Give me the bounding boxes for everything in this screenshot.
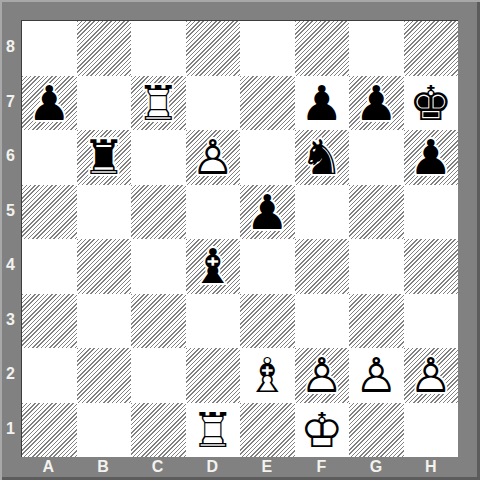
square-c3[interactable] (131, 294, 186, 349)
file-label-b: B (76, 457, 131, 477)
file-label-g: G (349, 457, 404, 477)
square-a5[interactable] (22, 185, 77, 240)
square-e8[interactable] (240, 21, 295, 76)
square-a2[interactable] (22, 348, 77, 403)
piece-white-rook[interactable]: ♜♖ (131, 76, 186, 131)
rank-label-6: 6 (0, 129, 21, 184)
square-c8[interactable] (131, 21, 186, 76)
square-d6[interactable]: ♟♙ (186, 130, 241, 185)
square-h6[interactable]: ♟♟ (404, 130, 459, 185)
square-h7[interactable]: ♚♚ (404, 76, 459, 131)
piece-white-rook[interactable]: ♜♖ (186, 403, 241, 458)
square-b3[interactable] (77, 294, 132, 349)
piece-glyph: ♟ (28, 79, 71, 127)
rank-label-3: 3 (0, 293, 21, 348)
piece-black-pawn[interactable]: ♟♟ (404, 130, 459, 185)
square-d1[interactable]: ♜♖ (186, 403, 241, 458)
square-g5[interactable] (349, 185, 404, 240)
square-f2[interactable]: ♟♙ (295, 348, 350, 403)
file-label-e: E (240, 457, 295, 477)
square-f5[interactable] (295, 185, 350, 240)
square-f4[interactable] (295, 239, 350, 294)
square-g2[interactable]: ♟♙ (349, 348, 404, 403)
square-d7[interactable] (186, 76, 241, 131)
piece-black-bishop[interactable]: ♝♝ (186, 239, 241, 294)
square-f3[interactable] (295, 294, 350, 349)
piece-glyph: ♖ (137, 79, 180, 127)
square-e5[interactable]: ♟♟ (240, 185, 295, 240)
piece-glyph: ♟ (300, 79, 343, 127)
piece-glyph: ♝ (191, 242, 234, 290)
square-h3[interactable] (404, 294, 459, 349)
piece-glyph: ♙ (409, 351, 452, 399)
piece-glyph: ♟ (246, 188, 289, 236)
square-b5[interactable] (77, 185, 132, 240)
piece-glyph: ♟ (409, 133, 452, 181)
square-h4[interactable] (404, 239, 459, 294)
square-d8[interactable] (186, 21, 241, 76)
file-label-a: A (21, 457, 76, 477)
square-e3[interactable] (240, 294, 295, 349)
square-a1[interactable] (22, 403, 77, 458)
square-c1[interactable] (131, 403, 186, 458)
rank-label-8: 8 (0, 20, 21, 75)
square-d5[interactable] (186, 185, 241, 240)
square-g3[interactable] (349, 294, 404, 349)
chess-board: ♟♟♜♖♟♟♟♟♚♚♜♜♟♙♞♞♟♟♟♟♝♝♝♗♟♙♟♙♟♙♜♖♚♔ (21, 20, 458, 457)
piece-black-pawn[interactable]: ♟♟ (22, 76, 77, 131)
square-g1[interactable] (349, 403, 404, 458)
piece-glyph: ♙ (355, 351, 398, 399)
piece-glyph: ♙ (191, 133, 234, 181)
square-f8[interactable] (295, 21, 350, 76)
piece-black-king[interactable]: ♚♚ (404, 76, 459, 131)
piece-glyph: ♖ (191, 406, 234, 454)
file-label-d: D (185, 457, 240, 477)
square-h5[interactable] (404, 185, 459, 240)
board-frame: 87654321 ♟♟♜♖♟♟♟♟♚♚♜♜♟♙♞♞♟♟♟♟♝♝♝♗♟♙♟♙♟♙♜… (0, 0, 480, 480)
square-f1[interactable]: ♚♔ (295, 403, 350, 458)
square-b2[interactable] (77, 348, 132, 403)
piece-glyph: ♜ (82, 133, 125, 181)
piece-glyph: ♟ (355, 79, 398, 127)
square-c5[interactable] (131, 185, 186, 240)
square-d4[interactable]: ♝♝ (186, 239, 241, 294)
piece-glyph: ♞ (300, 133, 343, 181)
square-b7[interactable] (77, 76, 132, 131)
square-g4[interactable] (349, 239, 404, 294)
piece-glyph: ♗ (246, 351, 289, 399)
square-h8[interactable] (404, 21, 459, 76)
square-d2[interactable] (186, 348, 241, 403)
piece-black-pawn[interactable]: ♟♟ (349, 76, 404, 131)
square-e6[interactable] (240, 130, 295, 185)
square-c4[interactable] (131, 239, 186, 294)
piece-glyph: ♔ (300, 406, 343, 454)
piece-black-knight[interactable]: ♞♞ (295, 130, 350, 185)
piece-glyph: ♙ (300, 351, 343, 399)
square-e1[interactable] (240, 403, 295, 458)
square-a3[interactable] (22, 294, 77, 349)
square-a8[interactable] (22, 21, 77, 76)
square-b8[interactable] (77, 21, 132, 76)
rank-labels: 87654321 (0, 20, 21, 456)
square-a6[interactable] (22, 130, 77, 185)
piece-black-pawn[interactable]: ♟♟ (240, 185, 295, 240)
piece-white-pawn[interactable]: ♟♙ (295, 348, 350, 403)
square-g7[interactable]: ♟♟ (349, 76, 404, 131)
rank-label-1: 1 (0, 402, 21, 457)
square-e2[interactable]: ♝♗ (240, 348, 295, 403)
piece-black-rook[interactable]: ♜♜ (77, 130, 132, 185)
file-labels: ABCDEFGH (21, 457, 458, 477)
square-c7[interactable]: ♜♖ (131, 76, 186, 131)
square-f7[interactable]: ♟♟ (295, 76, 350, 131)
piece-black-pawn[interactable]: ♟♟ (295, 76, 350, 131)
square-a4[interactable] (22, 239, 77, 294)
square-e4[interactable] (240, 239, 295, 294)
piece-white-pawn[interactable]: ♟♙ (349, 348, 404, 403)
file-label-f: F (294, 457, 349, 477)
square-b4[interactable] (77, 239, 132, 294)
square-c2[interactable] (131, 348, 186, 403)
piece-white-bishop[interactable]: ♝♗ (240, 348, 295, 403)
file-label-h: H (403, 457, 458, 477)
square-d3[interactable] (186, 294, 241, 349)
square-b1[interactable] (77, 403, 132, 458)
square-g6[interactable] (349, 130, 404, 185)
square-a7[interactable]: ♟♟ (22, 76, 77, 131)
rank-label-4: 4 (0, 238, 21, 293)
piece-white-pawn[interactable]: ♟♙ (404, 348, 459, 403)
square-b6[interactable]: ♜♜ (77, 130, 132, 185)
square-h2[interactable]: ♟♙ (404, 348, 459, 403)
square-e7[interactable] (240, 76, 295, 131)
square-c6[interactable] (131, 130, 186, 185)
square-h1[interactable] (404, 403, 459, 458)
square-g8[interactable] (349, 21, 404, 76)
piece-white-pawn[interactable]: ♟♙ (186, 130, 241, 185)
piece-glyph: ♚ (409, 79, 452, 127)
rank-label-5: 5 (0, 184, 21, 239)
piece-white-king[interactable]: ♚♔ (295, 403, 350, 458)
file-label-c: C (130, 457, 185, 477)
square-f6[interactable]: ♞♞ (295, 130, 350, 185)
rank-label-2: 2 (0, 347, 21, 402)
rank-label-7: 7 (0, 75, 21, 130)
